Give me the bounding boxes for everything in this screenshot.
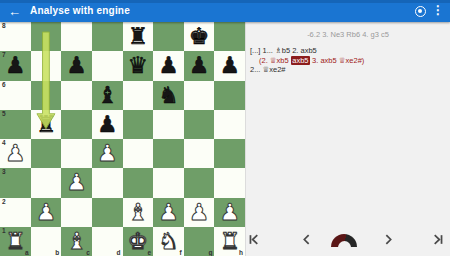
board-square-e5[interactable]	[123, 110, 154, 139]
previous-move-button[interactable]	[300, 233, 313, 246]
white-pawn-d4: ♟	[92, 139, 123, 168]
move-line: (2. ♕xb5 axb5 3. axb5 ♕xe2#)	[250, 56, 450, 66]
board-square-a5[interactable]: 5	[0, 110, 31, 139]
board-square-d8[interactable]	[92, 22, 123, 51]
board-square-c2[interactable]	[61, 198, 92, 227]
rank-label: 6	[2, 81, 6, 88]
board-square-e6[interactable]	[123, 81, 154, 110]
move-text[interactable]: [...] 1...	[250, 46, 275, 55]
board-square-h3[interactable]	[214, 168, 245, 197]
board-square-c5[interactable]	[61, 110, 92, 139]
board-square-f3[interactable]	[153, 168, 184, 197]
file-label: h	[239, 249, 243, 256]
selected-move[interactable]: axb5	[291, 56, 310, 65]
rank-label: 5	[2, 110, 6, 117]
file-label: e	[148, 249, 152, 256]
board-square-d7[interactable]	[92, 51, 123, 80]
board-square-b5[interactable]: ♜	[31, 110, 62, 139]
board-square-c8[interactable]	[61, 22, 92, 51]
board-square-e7[interactable]: ♛	[123, 51, 154, 80]
file-label: d	[117, 249, 121, 256]
file-label: b	[55, 249, 59, 256]
piece-figurine[interactable]: ♗	[275, 46, 282, 55]
board-square-a6[interactable]: 6	[0, 81, 31, 110]
board-square-a3[interactable]: 3	[0, 168, 31, 197]
board-square-f8[interactable]	[153, 22, 184, 51]
rank-label: 2	[2, 198, 6, 205]
board-square-a2[interactable]: 2	[0, 198, 31, 227]
move-text[interactable]: b5 2. axb5	[282, 46, 317, 55]
file-label: f	[180, 249, 182, 256]
board-square-f1[interactable]: f♞	[153, 227, 184, 256]
analyse-screen: ← Analyse with engine ⋮ 8♜♚7♟♟♛♟♟♟6♝♞5♜♟…	[0, 0, 450, 256]
last-move-button[interactable]	[432, 233, 445, 246]
board-square-a8[interactable]: 8	[0, 22, 31, 51]
black-bishop-d6: ♝	[92, 81, 123, 110]
board-square-f5[interactable]	[153, 110, 184, 139]
board-square-d1[interactable]: d	[92, 227, 123, 256]
board-square-d5[interactable]: ♟	[92, 110, 123, 139]
file-label: g	[208, 249, 212, 256]
black-pawn-h7: ♟	[214, 51, 245, 80]
board-square-h5[interactable]	[214, 110, 245, 139]
move-line: [...] 1... ♗b5 2. axb5	[250, 46, 450, 56]
eval-score: -6.2	[307, 30, 320, 39]
next-move-button[interactable]	[382, 233, 395, 246]
rank-label: 7	[2, 51, 6, 58]
board-square-e8[interactable]: ♜	[123, 22, 154, 51]
back-arrow-icon[interactable]: ←	[8, 4, 21, 19]
board-square-e3[interactable]	[123, 168, 154, 197]
file-label: a	[25, 249, 29, 256]
file-label: c	[86, 249, 90, 256]
board-square-h4[interactable]	[214, 139, 245, 168]
black-rook-e8: ♜	[123, 22, 154, 51]
white-pawn-c3: ♟	[61, 168, 92, 197]
piece-figurine[interactable]: ♕	[270, 56, 277, 65]
black-knight-f6: ♞	[153, 81, 184, 110]
board-square-g5[interactable]	[184, 110, 215, 139]
gauge-hole	[338, 241, 351, 248]
board-square-g8[interactable]: ♚	[184, 22, 215, 51]
analysis-panel: -6.2 3. Ne3 Rb6 4. g3 c5 [...] 1... ♗b5 …	[245, 22, 450, 256]
black-king-g8: ♚	[184, 22, 215, 51]
board-square-h6[interactable]	[214, 81, 245, 110]
rank-label: 3	[2, 168, 6, 175]
board-square-c7[interactable]: ♟	[61, 51, 92, 80]
board-square-b7[interactable]	[31, 51, 62, 80]
board-square-d2[interactable]	[92, 198, 123, 227]
board-square-e4[interactable]	[123, 139, 154, 168]
overflow-menu-icon[interactable]: ⋮	[432, 3, 444, 17]
board-square-b2[interactable]: ♟	[31, 198, 62, 227]
record-dot-icon	[418, 9, 422, 13]
board-square-d3[interactable]	[92, 168, 123, 197]
board-square-h2[interactable]: ♟	[214, 198, 245, 227]
board-square-d4[interactable]: ♟	[92, 139, 123, 168]
engine-record-icon[interactable]	[415, 6, 426, 17]
white-pawn-b2: ♟	[31, 198, 62, 227]
board-square-f6[interactable]: ♞	[153, 81, 184, 110]
board-square-c4[interactable]	[61, 139, 92, 168]
board-square-b4[interactable]	[31, 139, 62, 168]
board-square-e1[interactable]: e♚	[123, 227, 154, 256]
piece-figurine[interactable]: ♕	[339, 56, 346, 65]
black-pawn-d5: ♟	[92, 110, 123, 139]
first-move-button[interactable]	[247, 233, 260, 246]
black-pawn-c7: ♟	[61, 51, 92, 80]
status-bar	[0, 0, 450, 3]
board-square-g4[interactable]	[184, 139, 215, 168]
move-text[interactable]: 3. axb5	[310, 56, 339, 65]
board-square-g3[interactable]	[184, 168, 215, 197]
board-square-a1[interactable]: 1a♜	[0, 227, 31, 256]
board-square-a4[interactable]: 4♟	[0, 139, 31, 168]
black-queen-e7: ♛	[123, 51, 154, 80]
chess-board[interactable]: 8♜♚7♟♟♛♟♟♟6♝♞5♜♟4♟♟3♟2♟♝♟♟♟1a♜bc♝de♚f♞gh…	[0, 22, 245, 256]
board-square-c6[interactable]	[61, 81, 92, 110]
board-square-a7[interactable]: 7♟	[0, 51, 31, 80]
move-text[interactable]: xb5	[277, 56, 291, 65]
rank-label: 4	[2, 139, 6, 146]
board-square-g1[interactable]: g	[184, 227, 215, 256]
engine-eval-line: -6.2 3. Ne3 Rb6 4. g3 c5	[246, 30, 450, 39]
board-square-c3[interactable]: ♟	[61, 168, 92, 197]
white-bishop-e2: ♝	[123, 198, 154, 227]
board-square-g6[interactable]	[184, 81, 215, 110]
black-rook-b5: ♜	[31, 110, 62, 139]
board-square-g7[interactable]: ♟	[184, 51, 215, 80]
board-square-e2[interactable]: ♝	[123, 198, 154, 227]
white-pawn-f2: ♟	[153, 198, 184, 227]
board-square-b8[interactable]	[31, 22, 62, 51]
board-square-h8[interactable]	[214, 22, 245, 51]
move-text[interactable]: xe2#	[269, 65, 285, 74]
rank-label: 8	[2, 22, 6, 29]
rank-label: 1	[2, 227, 6, 234]
board-square-b3[interactable]	[31, 168, 62, 197]
move-text[interactable]: 2...	[250, 65, 263, 74]
board-square-b1[interactable]: b	[31, 227, 62, 256]
board-square-f4[interactable]	[153, 139, 184, 168]
page-title: Analyse with engine	[30, 5, 130, 16]
board-square-h1[interactable]: h♜	[214, 227, 245, 256]
move-line: 2... ♕xe2#	[250, 65, 450, 75]
board-square-h7[interactable]: ♟	[214, 51, 245, 80]
board-square-f7[interactable]: ♟	[153, 51, 184, 80]
white-pawn-g2: ♟	[184, 198, 215, 227]
white-pawn-h2: ♟	[214, 198, 245, 227]
board-square-b6[interactable]	[31, 81, 62, 110]
move-text[interactable]: xe2#)	[346, 56, 365, 65]
black-pawn-g7: ♟	[184, 51, 215, 80]
app-bar: ← Analyse with engine ⋮	[0, 0, 450, 22]
board-square-f2[interactable]: ♟	[153, 198, 184, 227]
board-square-c1[interactable]: c♝	[61, 227, 92, 256]
board-square-d6[interactable]: ♝	[92, 81, 123, 110]
move-text[interactable]: (2.	[259, 56, 270, 65]
board-square-g2[interactable]: ♟	[184, 198, 215, 227]
engine-best-line: 3. Ne3 Rb6 4. g3 c5	[322, 30, 389, 39]
black-pawn-f7: ♟	[153, 51, 184, 80]
move-list[interactable]: [...] 1... ♗b5 2. axb5(2. ♕xb5 axb5 3. a…	[250, 46, 450, 75]
